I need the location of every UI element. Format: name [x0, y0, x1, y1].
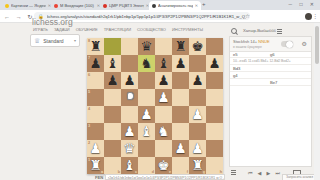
square-a3[interactable]: 3 — [87, 123, 104, 140]
square-g7[interactable] — [189, 55, 206, 72]
rank-coordinate: 7 — [88, 56, 90, 60]
engine-info: в вашем браузере — [233, 45, 262, 49]
square-d1[interactable]: d — [138, 157, 155, 174]
browser-tab[interactable]: Картинки — Яндекс✕ — [2, 1, 55, 10]
mouse-cursor — [127, 92, 134, 100]
black-queen[interactable]: ♛ — [138, 38, 155, 55]
tab-favicon — [54, 4, 58, 8]
square-g4[interactable]: ♟ — [189, 106, 206, 123]
square-a1[interactable]: ♜a1 — [87, 157, 104, 174]
bookmark-star-icon[interactable]: ☆ — [245, 13, 250, 19]
square-h7[interactable]: ♟ — [206, 55, 223, 72]
square-e5[interactable]: ♟ — [155, 89, 172, 106]
move-row: Bd3 — [230, 65, 311, 72]
white-move[interactable]: Bd3 — [230, 66, 267, 71]
square-b1[interactable]: b — [104, 157, 121, 174]
square-a4[interactable]: 4 — [87, 106, 104, 123]
fen-input[interactable]: r2q1rk1/pb1nbp1p/1pp1p1p1/4P3/3P2P1/2PBN… — [105, 174, 225, 180]
square-c7[interactable] — [121, 55, 138, 72]
go-next-button[interactable]: ▶ — [266, 170, 270, 176]
square-e1[interactable]: ♚e — [155, 157, 172, 174]
square-d3[interactable]: ♝ — [138, 123, 155, 140]
tab-title: Анализировать партию — lichess — [158, 3, 193, 8]
square-d6[interactable] — [138, 72, 155, 89]
square-c1[interactable]: ♝c — [121, 157, 138, 174]
square-e2[interactable] — [155, 140, 172, 157]
site-menu-icon[interactable] — [277, 29, 282, 35]
rank-coordinate: 1 — [88, 158, 90, 162]
white-bishop[interactable]: ♝ — [138, 123, 155, 140]
black-bishop[interactable]: ♝ — [155, 55, 172, 72]
black-pawn[interactable]: ♟ — [104, 72, 121, 89]
variant-crown-icon: ♕ — [34, 37, 40, 44]
fen-label: FEN — [95, 175, 103, 180]
square-f1[interactable]: f — [172, 157, 189, 174]
tab-close-icon[interactable]: ✕ — [195, 3, 198, 8]
move-row: e5g6 — [230, 51, 311, 58]
chess-board[interactable]: ♜8♛♜♚♟7♝♞♝♟♟6♟♟♟♟5♟4♟♟3♟♝♞♟2♛♟♟♜a1b♝cd♚e… — [87, 38, 223, 174]
square-c3[interactable]: ♟ — [121, 123, 138, 140]
black-move[interactable]: g6 — [267, 52, 304, 57]
request-analysis-button[interactable]: Запросить анализ — [282, 174, 317, 180]
tab-title: M Входящие (100) — почта — [60, 3, 95, 8]
url-text: lichess.org/analysis/standard/r2q1rk1/pb… — [47, 14, 246, 19]
square-c8[interactable] — [121, 38, 138, 55]
tab-favicon — [5, 4, 9, 8]
square-b7[interactable]: ♝ — [104, 55, 121, 72]
chevron-down-icon: ▾ — [74, 38, 76, 43]
square-b3[interactable] — [104, 123, 121, 140]
white-pawn[interactable]: ♟ — [189, 140, 206, 157]
site-nav-link[interactable]: Трансляции — [104, 27, 131, 32]
square-f6[interactable] — [172, 72, 189, 89]
square-b8[interactable] — [104, 38, 121, 55]
white-pawn[interactable]: ♟ — [189, 106, 206, 123]
browser-menu-icon[interactable]: ⋮ — [313, 13, 319, 19]
white-pawn[interactable]: ♟ — [172, 140, 189, 157]
square-h6[interactable] — [206, 72, 223, 89]
browser-nav-buttons[interactable]: ← → ↻ — [4, 13, 34, 20]
tab-favicon — [152, 4, 156, 8]
white-queen[interactable]: ♛ — [121, 140, 138, 157]
lichess-logo[interactable]: lichess.org — [32, 17, 73, 27]
square-f2[interactable]: ♟ — [172, 140, 189, 157]
white-pawn[interactable]: ♟ — [121, 123, 138, 140]
square-a2[interactable]: ♟2 — [87, 140, 104, 157]
square-c6[interactable]: ♟ — [121, 72, 138, 89]
square-b6[interactable]: ♟ — [104, 72, 121, 89]
square-h4[interactable] — [206, 106, 223, 123]
square-e3[interactable]: ♞ — [155, 123, 172, 140]
go-last-button[interactable]: ⏭ — [275, 170, 280, 177]
site-nav-link[interactable]: Играть — [33, 27, 48, 32]
tab-title: Картинки — Яндекс — [11, 3, 46, 8]
go-previous-button[interactable]: ◀ — [258, 170, 262, 176]
new-tab-button[interactable]: + — [202, 1, 206, 7]
square-e7[interactable]: ♝ — [155, 55, 172, 72]
engine-toggle[interactable] — [281, 41, 293, 47]
black-pawn[interactable]: ♟ — [155, 72, 172, 89]
square-a6[interactable]: 6 — [87, 72, 104, 89]
square-f5[interactable] — [172, 89, 189, 106]
square-e4[interactable] — [155, 106, 172, 123]
black-pawn[interactable]: ♟ — [172, 55, 189, 72]
analysis-menu-icon[interactable] — [231, 170, 236, 176]
square-b2[interactable] — [104, 140, 121, 157]
square-h3[interactable] — [206, 123, 223, 140]
gear-icon[interactable]: ⚙ — [302, 40, 307, 47]
move-row: g4 — [230, 72, 311, 79]
tab-favicon — [103, 4, 107, 8]
black-move[interactable]: Be7 — [267, 80, 304, 85]
square-f3[interactable] — [172, 123, 189, 140]
rank-coordinate: 6 — [88, 73, 90, 77]
square-g1[interactable]: ♜g — [189, 157, 206, 174]
square-a8[interactable]: ♜8 — [87, 38, 104, 55]
black-knight[interactable]: ♞ — [138, 55, 155, 72]
tab-title: ЦМР РЦВТЗ Электронная — [109, 3, 144, 8]
move-list[interactable]: e5g610...exd5 11.cxd5 Bb4+ 12.Bd2 Bxd2+B… — [230, 51, 311, 86]
square-g6[interactable]: ♟ — [189, 72, 206, 89]
white-move[interactable]: g4 — [230, 73, 267, 78]
square-f7[interactable]: ♟ — [172, 55, 189, 72]
square-h1[interactable]: h — [206, 157, 223, 174]
engine-nnue-badge: NNUE — [258, 39, 269, 44]
square-g8[interactable]: ♚ — [189, 38, 206, 55]
rank-coordinate: 4 — [88, 107, 90, 111]
square-f4[interactable] — [172, 106, 189, 123]
square-h8[interactable] — [206, 38, 223, 55]
move-row: Be7 — [230, 79, 311, 86]
square-a7[interactable]: ♟7 — [87, 55, 104, 72]
black-king[interactable]: ♚ — [189, 38, 206, 55]
variant-selector[interactable]: ♕ Standard ▾ — [30, 34, 80, 47]
site-nav-link[interactable]: Инструменты — [172, 27, 203, 32]
browser-tab[interactable]: ЦМР РЦВТЗ Электронная✕ — [100, 1, 153, 10]
square-f8[interactable]: ♜ — [172, 38, 189, 55]
browser-tab[interactable]: M Входящие (100) — почта✕ — [51, 1, 104, 10]
square-d4[interactable]: ♟ — [138, 106, 155, 123]
white-pawn[interactable]: ♟ — [155, 89, 172, 106]
square-e8[interactable] — [155, 38, 172, 55]
black-rook[interactable]: ♜ — [172, 38, 189, 55]
site-nav-link[interactable]: Сообщество — [137, 27, 166, 32]
engine-row: Stockfish 14+ NNUE в вашем браузере ⚙ — [230, 37, 311, 52]
square-e6[interactable]: ♟ — [155, 72, 172, 89]
site-nav-link[interactable]: Обучение — [76, 27, 98, 32]
rank-coordinate: 3 — [88, 124, 90, 128]
rank-coordinate: 8 — [88, 39, 90, 43]
variant-label: Standard — [43, 38, 63, 44]
variation-line[interactable]: 10...exd5 11.cxd5 Bb4+ 12.Bd2 Bxd2+ — [230, 58, 311, 65]
square-g5[interactable] — [189, 89, 206, 106]
engine-name: Stockfish 14+ NNUE — [233, 39, 270, 44]
black-pawn[interactable]: ♟ — [189, 72, 206, 89]
square-d7[interactable]: ♞ — [138, 55, 155, 72]
square-g3[interactable] — [189, 123, 206, 140]
analysis-panel: Stockfish 14+ NNUE в вашем браузере ⚙ e5… — [229, 36, 312, 167]
square-d8[interactable]: ♛ — [138, 38, 155, 55]
window-controls[interactable]: ─ □ ✕ — [288, 1, 317, 7]
site-nav-link[interactable]: Задачи — [54, 27, 70, 32]
rank-coordinate: 5 — [88, 90, 90, 94]
browser-profile-avatar[interactable] — [305, 13, 312, 20]
go-first-button[interactable]: ⏮ — [248, 170, 253, 177]
black-pawn[interactable]: ♟ — [121, 72, 138, 89]
white-move[interactable]: e5 — [230, 52, 267, 57]
rank-coordinate: 2 — [88, 141, 90, 145]
square-b5[interactable] — [104, 89, 121, 106]
site-nav-links: ИгратьЗадачиОбучениеТрансляцииСообщество… — [33, 27, 223, 32]
square-d5[interactable] — [138, 89, 155, 106]
black-pawn[interactable]: ♟ — [206, 55, 223, 72]
white-pawn[interactable]: ♟ — [138, 106, 155, 123]
scrollbar-thumb[interactable] — [315, 26, 319, 64]
square-c4[interactable] — [121, 106, 138, 123]
square-a5[interactable]: 5 — [87, 89, 104, 106]
square-c2[interactable]: ♛ — [121, 140, 138, 157]
file-coordinate: a — [101, 170, 103, 174]
white-knight[interactable]: ♞ — [155, 123, 172, 140]
square-d2[interactable] — [138, 140, 155, 157]
square-b4[interactable] — [104, 106, 121, 123]
black-bishop[interactable]: ♝ — [104, 55, 121, 72]
square-h5[interactable] — [206, 89, 223, 106]
square-h2[interactable] — [206, 140, 223, 157]
browser-tab[interactable]: Анализировать партию — lichess✕ — [149, 1, 201, 10]
square-g2[interactable]: ♟ — [189, 140, 206, 157]
username-link[interactable]: Ханыр-Выбшббб — [243, 28, 276, 33]
